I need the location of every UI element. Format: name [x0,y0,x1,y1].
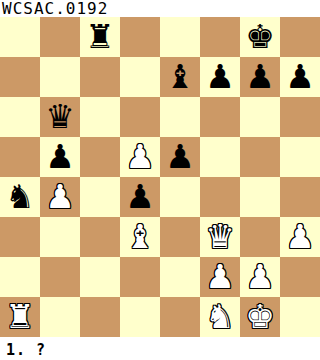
square-e2[interactable] [160,257,200,297]
black-rook[interactable]: ♜ [85,17,115,57]
square-b5[interactable]: ♟ [40,137,80,177]
white-pawn[interactable]: ♟ [285,217,315,257]
square-a3[interactable] [0,217,40,257]
square-f4[interactable] [200,177,240,217]
square-c3[interactable] [80,217,120,257]
square-e7[interactable]: ♝ [160,57,200,97]
square-g4[interactable] [240,177,280,217]
square-b7[interactable] [40,57,80,97]
square-b4[interactable]: ♟ [40,177,80,217]
square-g2[interactable]: ♟ [240,257,280,297]
square-d1[interactable] [120,297,160,337]
square-e6[interactable] [160,97,200,137]
square-e3[interactable] [160,217,200,257]
square-h8[interactable] [280,17,320,57]
square-a2[interactable] [0,257,40,297]
square-h5[interactable] [280,137,320,177]
white-queen[interactable]: ♛ [205,217,235,257]
square-c1[interactable] [80,297,120,337]
square-g5[interactable] [240,137,280,177]
square-f1[interactable]: ♞ [200,297,240,337]
black-bishop[interactable]: ♝ [165,57,195,97]
square-d4[interactable]: ♟ [120,177,160,217]
black-pawn[interactable]: ♟ [245,57,275,97]
square-a7[interactable] [0,57,40,97]
square-d2[interactable] [120,257,160,297]
square-f3[interactable]: ♛ [200,217,240,257]
square-h1[interactable] [280,297,320,337]
black-pawn[interactable]: ♟ [165,137,195,177]
square-b8[interactable] [40,17,80,57]
square-d7[interactable] [120,57,160,97]
black-king[interactable]: ♚ [245,17,275,57]
chess-diagram-page: WCSAC.0192 ♜♚♝♟♟♟♛♟♟♟♞♟♟♝♛♟♟♟♜♞♚ 1. ? [0,0,320,360]
white-pawn[interactable]: ♟ [205,257,235,297]
square-b2[interactable] [40,257,80,297]
square-f5[interactable] [200,137,240,177]
square-h3[interactable]: ♟ [280,217,320,257]
square-d6[interactable] [120,97,160,137]
square-h4[interactable] [280,177,320,217]
black-knight[interactable]: ♞ [5,177,35,217]
white-knight[interactable]: ♞ [205,297,235,337]
square-b6[interactable]: ♛ [40,97,80,137]
white-bishop[interactable]: ♝ [125,217,155,257]
square-a1[interactable]: ♜ [0,297,40,337]
square-b3[interactable] [40,217,80,257]
square-a5[interactable] [0,137,40,177]
square-h2[interactable] [280,257,320,297]
square-b1[interactable] [40,297,80,337]
square-g1[interactable]: ♚ [240,297,280,337]
move-prompt: 1. ? [0,337,320,360]
white-pawn[interactable]: ♟ [45,177,75,217]
square-e4[interactable] [160,177,200,217]
square-h6[interactable] [280,97,320,137]
black-pawn[interactable]: ♟ [285,57,315,97]
black-pawn[interactable]: ♟ [125,177,155,217]
square-e5[interactable]: ♟ [160,137,200,177]
white-rook[interactable]: ♜ [5,297,35,337]
white-king[interactable]: ♚ [245,297,275,337]
square-f6[interactable] [200,97,240,137]
square-d3[interactable]: ♝ [120,217,160,257]
square-d8[interactable] [120,17,160,57]
white-pawn[interactable]: ♟ [125,137,155,177]
black-pawn[interactable]: ♟ [45,137,75,177]
chess-board[interactable]: ♜♚♝♟♟♟♛♟♟♟♞♟♟♝♛♟♟♟♜♞♚ [0,17,320,337]
square-a4[interactable]: ♞ [0,177,40,217]
square-e1[interactable] [160,297,200,337]
square-a8[interactable] [0,17,40,57]
square-g3[interactable] [240,217,280,257]
black-pawn[interactable]: ♟ [205,57,235,97]
square-c5[interactable] [80,137,120,177]
square-c7[interactable] [80,57,120,97]
square-c6[interactable] [80,97,120,137]
white-pawn[interactable]: ♟ [245,257,275,297]
square-f2[interactable]: ♟ [200,257,240,297]
black-queen[interactable]: ♛ [45,97,75,137]
square-f7[interactable]: ♟ [200,57,240,97]
puzzle-title: WCSAC.0192 [0,0,320,17]
square-g7[interactable]: ♟ [240,57,280,97]
square-a6[interactable] [0,97,40,137]
square-c4[interactable] [80,177,120,217]
square-h7[interactable]: ♟ [280,57,320,97]
square-d5[interactable]: ♟ [120,137,160,177]
square-g6[interactable] [240,97,280,137]
square-e8[interactable] [160,17,200,57]
square-f8[interactable] [200,17,240,57]
square-g8[interactable]: ♚ [240,17,280,57]
square-c8[interactable]: ♜ [80,17,120,57]
square-c2[interactable] [80,257,120,297]
